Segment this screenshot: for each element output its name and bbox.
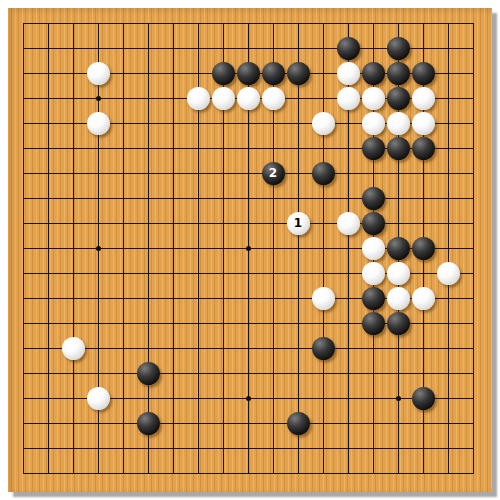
grid-line-vertical <box>298 23 299 474</box>
white-stone[interactable] <box>312 287 335 310</box>
black-stone[interactable] <box>287 62 310 85</box>
star-point <box>246 246 251 251</box>
white-stone[interactable] <box>337 62 360 85</box>
black-stone[interactable] <box>137 362 160 385</box>
white-stone[interactable] <box>87 387 110 410</box>
go-board[interactable]: 21 <box>8 8 492 492</box>
black-stone[interactable] <box>387 87 410 110</box>
grid-line-horizontal <box>23 373 474 374</box>
black-stone[interactable] <box>137 412 160 435</box>
white-stone[interactable] <box>87 112 110 135</box>
star-point <box>246 396 251 401</box>
white-stone[interactable] <box>262 87 285 110</box>
black-stone[interactable] <box>387 312 410 335</box>
white-stone[interactable] <box>412 112 435 135</box>
white-stone[interactable] <box>237 87 260 110</box>
black-stone[interactable] <box>287 412 310 435</box>
black-stone[interactable] <box>412 137 435 160</box>
star-point <box>96 246 101 251</box>
white-stone[interactable] <box>337 87 360 110</box>
white-stone[interactable]: 1 <box>287 212 310 235</box>
black-stone[interactable] <box>237 62 260 85</box>
white-stone[interactable] <box>387 112 410 135</box>
black-stone[interactable] <box>362 137 385 160</box>
white-stone[interactable] <box>387 262 410 285</box>
white-stone[interactable] <box>212 87 235 110</box>
white-stone[interactable] <box>62 337 85 360</box>
white-stone[interactable] <box>412 287 435 310</box>
grid-line-horizontal <box>23 448 474 449</box>
star-point <box>396 396 401 401</box>
white-stone[interactable] <box>362 237 385 260</box>
white-stone[interactable] <box>337 212 360 235</box>
grid-line-horizontal <box>23 473 474 474</box>
grid-line-vertical <box>448 23 449 474</box>
white-stone[interactable] <box>187 87 210 110</box>
black-stone[interactable] <box>312 162 335 185</box>
star-point <box>96 96 101 101</box>
white-stone[interactable] <box>312 112 335 135</box>
black-stone[interactable] <box>337 37 360 60</box>
black-stone[interactable] <box>362 62 385 85</box>
black-stone[interactable] <box>387 62 410 85</box>
grid-line-vertical <box>473 23 474 474</box>
black-stone[interactable] <box>387 237 410 260</box>
grid-line-vertical <box>323 23 324 474</box>
black-stone[interactable] <box>412 62 435 85</box>
black-stone[interactable] <box>387 37 410 60</box>
white-stone[interactable] <box>87 62 110 85</box>
white-stone[interactable] <box>362 112 385 135</box>
black-stone[interactable] <box>312 337 335 360</box>
black-stone[interactable] <box>262 62 285 85</box>
black-stone[interactable] <box>412 237 435 260</box>
black-stone[interactable] <box>387 137 410 160</box>
white-stone[interactable] <box>412 87 435 110</box>
black-stone[interactable] <box>362 212 385 235</box>
move-number-label: 1 <box>294 217 302 229</box>
black-stone[interactable] <box>362 187 385 210</box>
white-stone[interactable] <box>362 262 385 285</box>
white-stone[interactable] <box>387 287 410 310</box>
grid-line-horizontal <box>23 348 474 349</box>
move-number-label: 2 <box>269 167 277 179</box>
black-stone[interactable] <box>412 387 435 410</box>
black-stone[interactable]: 2 <box>262 162 285 185</box>
black-stone[interactable] <box>362 312 385 335</box>
black-stone[interactable] <box>212 62 235 85</box>
grid-line-horizontal <box>23 423 474 424</box>
black-stone[interactable] <box>362 287 385 310</box>
white-stone[interactable] <box>362 87 385 110</box>
white-stone[interactable] <box>437 262 460 285</box>
